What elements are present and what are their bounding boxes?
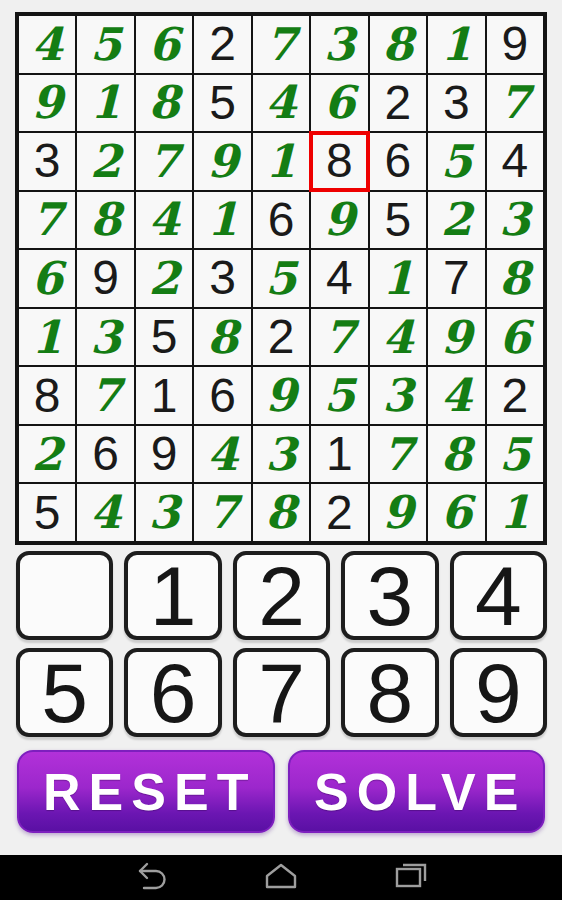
numpad-button-6[interactable]: 6 — [124, 648, 221, 737]
cell-r3c9[interactable]: 4 — [486, 132, 544, 191]
cell-r8c1[interactable]: 2 — [18, 425, 76, 484]
cell-r6c1[interactable]: 1 — [18, 308, 76, 367]
recents-button[interactable] — [392, 862, 430, 894]
cell-r3c2[interactable]: 2 — [76, 132, 134, 191]
cell-r7c1[interactable]: 8 — [18, 366, 76, 425]
cell-r9c8[interactable]: 6 — [427, 483, 485, 542]
cell-r8c4[interactable]: 4 — [193, 425, 251, 484]
cell-r6c8[interactable]: 9 — [427, 308, 485, 367]
cell-r9c7[interactable]: 9 — [369, 483, 427, 542]
home-icon — [262, 860, 300, 895]
numpad-button-9[interactable]: 9 — [450, 648, 547, 737]
cell-r6c9[interactable]: 6 — [486, 308, 544, 367]
recents-icon — [392, 860, 430, 895]
sudoku-board: 4562738199185462373279186547841695236923… — [15, 12, 547, 545]
cell-r8c8[interactable]: 8 — [427, 425, 485, 484]
cell-r2c9[interactable]: 7 — [486, 74, 544, 133]
cell-r4c2[interactable]: 8 — [76, 191, 134, 250]
cell-r3c4[interactable]: 9 — [193, 132, 251, 191]
cell-r4c8[interactable]: 2 — [427, 191, 485, 250]
cell-r5c7[interactable]: 1 — [369, 249, 427, 308]
cell-r9c6[interactable]: 2 — [310, 483, 368, 542]
cell-r9c9[interactable]: 1 — [486, 483, 544, 542]
cell-r7c3[interactable]: 1 — [135, 366, 193, 425]
cell-r5c6[interactable]: 4 — [310, 249, 368, 308]
cell-r3c8[interactable]: 5 — [427, 132, 485, 191]
cell-r5c3[interactable]: 2 — [135, 249, 193, 308]
cell-r9c3[interactable]: 3 — [135, 483, 193, 542]
cell-r4c5[interactable]: 6 — [252, 191, 310, 250]
cell-r2c7[interactable]: 2 — [369, 74, 427, 133]
action-buttons: RESET SOLVE — [17, 750, 545, 833]
cell-r8c3[interactable]: 9 — [135, 425, 193, 484]
cell-r8c5[interactable]: 3 — [252, 425, 310, 484]
cell-r4c7[interactable]: 5 — [369, 191, 427, 250]
numpad-button-7[interactable]: 7 — [233, 648, 330, 737]
numpad-button-5[interactable]: 5 — [16, 648, 113, 737]
cell-r6c2[interactable]: 3 — [76, 308, 134, 367]
cell-r3c1[interactable]: 3 — [18, 132, 76, 191]
numpad-button-3[interactable]: 3 — [341, 551, 438, 640]
numpad-button-1[interactable]: 1 — [124, 551, 221, 640]
numpad-row-1: 1234 — [16, 551, 547, 640]
cell-r4c1[interactable]: 7 — [18, 191, 76, 250]
cell-r7c8[interactable]: 4 — [427, 366, 485, 425]
cell-r7c2[interactable]: 7 — [76, 366, 134, 425]
cell-r1c9[interactable]: 9 — [486, 15, 544, 74]
home-button[interactable] — [262, 862, 300, 894]
cell-r2c1[interactable]: 9 — [18, 74, 76, 133]
cell-r2c2[interactable]: 1 — [76, 74, 134, 133]
cell-r6c5[interactable]: 2 — [252, 308, 310, 367]
cell-r1c4[interactable]: 2 — [193, 15, 251, 74]
cell-r4c3[interactable]: 4 — [135, 191, 193, 250]
cell-r9c2[interactable]: 4 — [76, 483, 134, 542]
cell-r7c4[interactable]: 6 — [193, 366, 251, 425]
cell-r8c2[interactable]: 6 — [76, 425, 134, 484]
cell-r9c4[interactable]: 7 — [193, 483, 251, 542]
cell-r2c8[interactable]: 3 — [427, 74, 485, 133]
cell-r1c5[interactable]: 7 — [252, 15, 310, 74]
cell-r2c3[interactable]: 8 — [135, 74, 193, 133]
numpad-button-8[interactable]: 8 — [341, 648, 438, 737]
cell-r6c6[interactable]: 7 — [310, 308, 368, 367]
cell-r5c4[interactable]: 3 — [193, 249, 251, 308]
cell-r9c5[interactable]: 8 — [252, 483, 310, 542]
cell-r2c5[interactable]: 4 — [252, 74, 310, 133]
cell-r7c7[interactable]: 3 — [369, 366, 427, 425]
cell-r1c8[interactable]: 1 — [427, 15, 485, 74]
cell-r5c8[interactable]: 7 — [427, 249, 485, 308]
cell-r4c6[interactable]: 9 — [310, 191, 368, 250]
cell-r1c6[interactable]: 3 — [310, 15, 368, 74]
reset-button[interactable]: RESET — [17, 750, 275, 833]
cell-r8c7[interactable]: 7 — [369, 425, 427, 484]
cell-r5c9[interactable]: 8 — [486, 249, 544, 308]
cell-r4c9[interactable]: 3 — [486, 191, 544, 250]
cell-r1c7[interactable]: 8 — [369, 15, 427, 74]
sudoku-app-screen: 4562738199185462373279186547841695236923… — [0, 0, 562, 900]
cell-r6c7[interactable]: 4 — [369, 308, 427, 367]
cell-r3c5[interactable]: 1 — [252, 132, 310, 191]
numpad-button-4[interactable]: 4 — [450, 551, 547, 640]
cell-r6c3[interactable]: 5 — [135, 308, 193, 367]
cell-r1c1[interactable]: 4 — [18, 15, 76, 74]
cell-r2c4[interactable]: 5 — [193, 74, 251, 133]
cell-r4c4[interactable]: 1 — [193, 191, 251, 250]
cell-r6c4[interactable]: 8 — [193, 308, 251, 367]
cell-r1c2[interactable]: 5 — [76, 15, 134, 74]
cell-r8c6[interactable]: 1 — [310, 425, 368, 484]
cell-r5c1[interactable]: 6 — [18, 249, 76, 308]
cell-r9c1[interactable]: 5 — [18, 483, 76, 542]
cell-r7c9[interactable]: 2 — [486, 366, 544, 425]
numpad-button-2[interactable]: 2 — [233, 551, 330, 640]
cell-r5c2[interactable]: 9 — [76, 249, 134, 308]
back-button[interactable] — [132, 862, 170, 894]
cell-r3c7[interactable]: 6 — [369, 132, 427, 191]
cell-r1c3[interactable]: 6 — [135, 15, 193, 74]
cell-r3c6[interactable]: 8 — [310, 132, 368, 191]
numpad-button-erase[interactable] — [16, 551, 113, 640]
cell-r7c6[interactable]: 5 — [310, 366, 368, 425]
cell-r3c3[interactable]: 7 — [135, 132, 193, 191]
numpad-row-2: 56789 — [16, 648, 547, 737]
back-icon — [132, 860, 170, 895]
cell-r8c9[interactable]: 5 — [486, 425, 544, 484]
cell-r7c5[interactable]: 9 — [252, 366, 310, 425]
cell-r5c5[interactable]: 5 — [252, 249, 310, 308]
solve-button[interactable]: SOLVE — [288, 750, 546, 833]
cell-r2c6[interactable]: 6 — [310, 74, 368, 133]
android-navbar — [0, 855, 562, 900]
